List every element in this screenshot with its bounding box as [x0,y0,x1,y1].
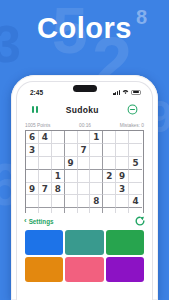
grid-cell-r7c6[interactable] [90,208,103,213]
grid-cell-r3c5[interactable] [78,157,91,170]
timer-label: 00:16 [79,123,91,128]
grid-cell-r4c2[interactable] [39,170,52,183]
grid-cell-r7c9[interactable] [129,208,142,213]
app-store-screenshot: 3 5 2 8 6 9 Colors 2:45 [0,0,169,300]
grid-cell-r6c5[interactable] [78,195,91,208]
grid-cell-r7c1[interactable] [26,208,39,213]
grid-cell-r3c4[interactable]: 9 [65,157,78,170]
grid-cell-r1c6[interactable]: 1 [90,131,103,144]
grid-cell-r6c6[interactable]: 8 [90,195,103,208]
wifi-icon [122,89,129,95]
pause-button[interactable] [32,106,38,114]
grid-cell-r7c4[interactable] [65,208,78,213]
grid-cell-r4c8[interactable]: 9 [116,170,129,183]
grid-cell-r3c3[interactable] [52,157,65,170]
chevron-left-icon: ‹ [24,218,27,224]
notch [73,85,97,92]
grid-cell-r4c1[interactable] [26,170,39,183]
grid-cell-r2c1[interactable]: 3 [26,144,39,157]
grid-cell-r1c1[interactable]: 6 [26,131,39,144]
grid-cell-r3c8[interactable] [116,157,129,170]
grid-cell-r3c6[interactable] [90,157,103,170]
grid-cell-r1c5[interactable] [78,131,91,144]
grid-cell-r2c4[interactable] [65,144,78,157]
grid-cell-r6c4[interactable] [65,195,78,208]
grid-cell-r1c9[interactable] [129,131,142,144]
grid-cell-r2c3[interactable] [52,144,65,157]
grid-cell-r3c7[interactable] [103,157,116,170]
grid-cell-r2c7[interactable] [103,144,116,157]
grid-cell-r4c6[interactable] [90,170,103,183]
grid-cell-r6c3[interactable] [52,195,65,208]
color-swatch-purple[interactable] [106,257,144,282]
grid-cell-r5c8[interactable]: 3 [116,183,129,196]
sudoku-board: 6413795129978384 [25,130,144,213]
grid-cell-r7c8[interactable] [116,208,129,213]
signal-icon [113,90,120,95]
grid-cell-r4c5[interactable] [78,170,91,183]
color-swatch-pink[interactable] [65,257,103,282]
grid-cell-r5c2[interactable]: 7 [39,183,52,196]
grid-cell-r2c6[interactable] [90,144,103,157]
grid-cell-r1c8[interactable] [116,131,129,144]
settings-bar: ‹ Settings [24,216,145,226]
new-game-icon[interactable] [135,216,145,226]
grid-cell-r6c1[interactable] [26,195,39,208]
grid-cell-r1c2[interactable]: 4 [39,131,52,144]
grid-cell-r5c5[interactable] [78,183,91,196]
battery-icon [131,90,141,95]
grid-cell-r2c5[interactable]: 7 [78,144,91,157]
grid-cell-r2c9[interactable] [129,144,142,157]
stats-row: 1005 Points 00:16 Mistakes: 0 [25,123,144,128]
grid-cell-r5c7[interactable] [103,183,116,196]
grid-cell-r5c9[interactable] [129,183,142,196]
grid-cell-r6c8[interactable] [116,195,129,208]
grid-cell-r1c3[interactable] [52,131,65,144]
color-swatch-orange[interactable] [25,257,63,282]
grid-cell-r7c2[interactable] [39,208,52,213]
sudoku-grid: 6413795129978384 [25,130,144,213]
pause-icon [36,106,38,114]
grid-cell-r4c4[interactable] [65,170,78,183]
status-bar: 2:45 [17,82,152,98]
phone-screen: 2:45 Sudoku [16,81,153,300]
points-label: 1005 Points [25,123,50,128]
grid-cell-r2c8[interactable] [116,144,129,157]
status-time: 2:45 [30,89,43,96]
grid-cell-r1c7[interactable] [103,131,116,144]
grid-cell-r3c9[interactable]: 5 [129,157,142,170]
color-swatch-green[interactable] [106,230,144,255]
grid-cell-r5c1[interactable]: 9 [26,183,39,196]
settings-back-link[interactable]: ‹ Settings [24,218,54,225]
phone-mockup: 2:45 Sudoku [11,75,158,300]
grid-cell-r6c9[interactable]: 4 [129,195,142,208]
grid-cell-r2c2[interactable] [39,144,52,157]
mistakes-label: Mistakes: 0 [120,123,144,128]
banner-title: Colors [0,12,169,45]
pause-icon [32,106,34,114]
grid-cell-r7c3[interactable] [52,208,65,213]
settings-label: Settings [29,218,54,225]
grid-cell-r5c4[interactable] [65,183,78,196]
color-swatch-teal[interactable] [65,230,103,255]
color-swatch-blue[interactable] [25,230,63,255]
circle-minus-icon[interactable] [127,104,138,115]
grid-cell-r4c3[interactable]: 1 [52,170,65,183]
grid-cell-r4c7[interactable]: 2 [103,170,116,183]
grid-cell-r6c7[interactable] [103,195,116,208]
grid-cell-r4c9[interactable] [129,170,142,183]
grid-cell-r5c6[interactable] [90,183,103,196]
color-swatches [25,230,144,282]
grid-cell-r7c7[interactable] [103,208,116,213]
app-title: Sudoku [66,105,99,115]
app-header: Sudoku [17,98,152,119]
grid-cell-r5c3[interactable]: 8 [52,183,65,196]
grid-cell-r6c2[interactable] [39,195,52,208]
grid-cell-r3c2[interactable] [39,157,52,170]
grid-cell-r3c1[interactable] [26,157,39,170]
grid-cell-r1c4[interactable] [65,131,78,144]
grid-cell-r7c5[interactable] [78,208,91,213]
